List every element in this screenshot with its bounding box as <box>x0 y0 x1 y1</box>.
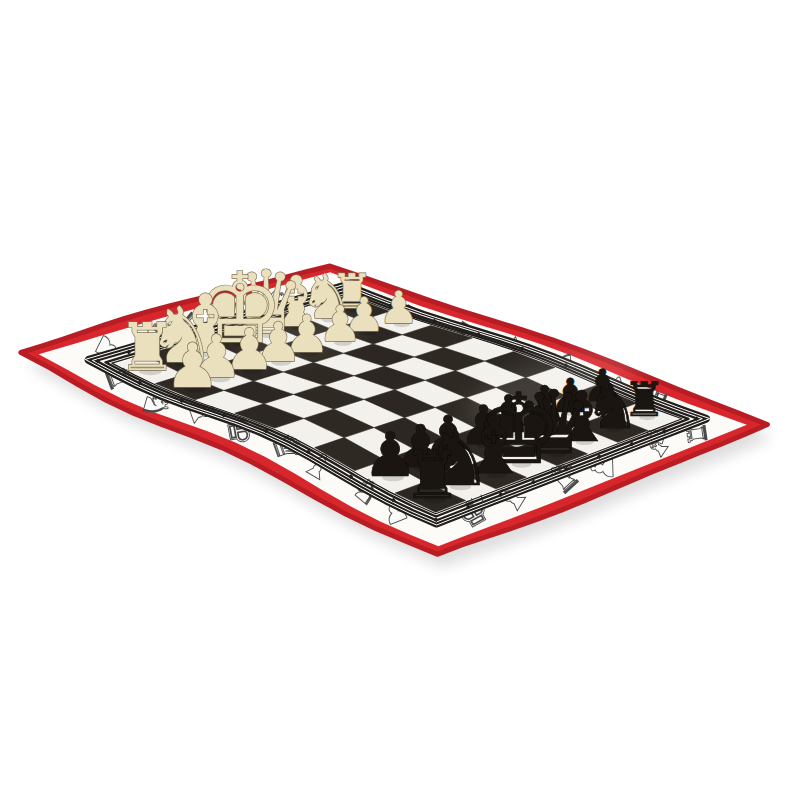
piece-wP-h2: ♟ <box>165 330 220 401</box>
product-photo: Product photo of a roll-up fabric chess … <box>0 0 800 800</box>
piece-bR-h8: ♜ <box>403 437 462 514</box>
chess-mat-photo-svg: ♝♞♞♜♞♟♟♞♝♜♝♟♜♝♚♟♝♜♜♞♝♚♛♝♞♟♞♜♝♞♟♜♜♞♟♝♟♛♟♚… <box>0 0 800 800</box>
